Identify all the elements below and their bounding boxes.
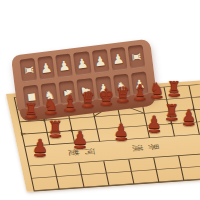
piece-storage-tray: ♜♟♟♟♟♟♜■♞♞♟♟♞♟ <box>11 39 157 116</box>
tray-cavity: ♞ <box>59 80 77 105</box>
tray-cavity: ♟ <box>131 71 149 96</box>
xiangqi-set-photo: 楚 河 漢 界 ♜♟♟♟♟♟♜■♞♞♟♟♞♟ ♜♞♝♛♚♛♝♞♜♜♜♟♟♟♟♟ <box>0 0 200 200</box>
ivory-tile-flat: ■ <box>27 92 37 102</box>
tray-cavity: ♜ <box>127 45 145 70</box>
ivory-figurine-standing: ♟ <box>76 56 89 70</box>
river-char-chu: 楚 <box>67 149 82 157</box>
ivory-figurine-standing: ♟ <box>112 52 125 66</box>
tray-cavity: ♟ <box>55 53 73 78</box>
tray-cavity: ♞ <box>113 74 131 99</box>
tray-cavity: ■ <box>23 85 41 110</box>
tray-cavity: ♟ <box>37 56 55 81</box>
tray-cavity: ♞ <box>41 82 59 107</box>
river-inscription: 楚 河 漢 界 <box>67 143 161 156</box>
ivory-figurine-standing: ♟ <box>40 61 53 75</box>
ivory-piece-lying: ♞ <box>62 87 74 98</box>
ivory-figurine-seated: ♞ <box>116 79 128 92</box>
tray-cavity: ♟ <box>77 78 95 103</box>
tray-cavities: ♜♟♟♟♟♟♜■♞♞♟♟♞♟ <box>19 45 148 110</box>
tray-cavity: ♟ <box>73 51 91 76</box>
ivory-piece-lying: ♜ <box>22 65 34 76</box>
river-char-he: 河 <box>83 148 98 156</box>
tray-cavity: ♜ <box>19 58 37 83</box>
river-char-jie: 界 <box>147 143 162 151</box>
ivory-piece-lying: ♟ <box>80 85 92 96</box>
ivory-figurine-standing: ♟ <box>94 54 107 68</box>
tray-cavity: ♟ <box>109 47 127 72</box>
ivory-figurine-seated: ♟ <box>134 77 146 90</box>
ivory-figurine-seated: ♞ <box>44 88 56 101</box>
ivory-piece-lying: ♜ <box>130 51 142 62</box>
ivory-figurine-seated: ♟ <box>98 82 110 95</box>
ivory-figurine-standing: ♟ <box>58 59 71 73</box>
tray-cavity: ♟ <box>91 49 109 74</box>
river-char-han: 漢 <box>131 144 146 152</box>
tray-cavity: ♟ <box>95 76 113 101</box>
